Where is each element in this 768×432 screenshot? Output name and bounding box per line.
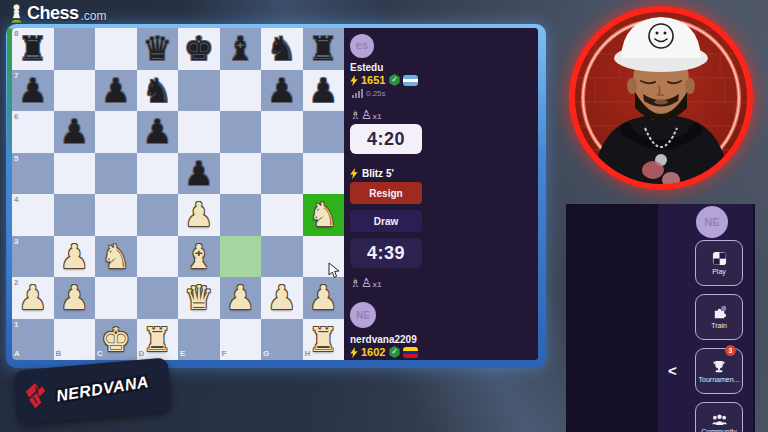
square-h8[interactable]: ♜ xyxy=(303,28,345,70)
square-g3[interactable] xyxy=(261,236,303,278)
square-f7[interactable] xyxy=(220,70,262,112)
file-label: B xyxy=(56,350,62,358)
black-pawn[interactable]: ♟ xyxy=(12,70,54,112)
square-f4[interactable] xyxy=(220,194,262,236)
sidebar-item-label: Train xyxy=(711,322,727,329)
square-d7[interactable]: ♞ xyxy=(137,70,179,112)
square-a3[interactable]: 3 xyxy=(12,236,54,278)
file-label: G xyxy=(263,350,269,358)
square-h6[interactable] xyxy=(303,111,345,153)
resign-button[interactable]: Resign xyxy=(350,182,422,204)
flag-icon xyxy=(403,347,418,358)
draw-button[interactable]: Draw xyxy=(350,210,422,232)
player-name-bottom[interactable]: nerdvana2209 xyxy=(350,334,417,345)
game-mode-label: Blitz 5' xyxy=(362,168,394,179)
verified-badge-icon: ✓ xyxy=(388,74,400,86)
black-rook[interactable]: ♜ xyxy=(12,28,54,70)
ping-value: 0.25s xyxy=(366,89,386,98)
chess-board[interactable]: 8♜♛♚♝♞♜7♟♟♞♟♟6♟♟5♟4♟♞3♟♞♝2♟♟♛♟♟♟1ABC♚D♜E… xyxy=(12,28,344,360)
square-g4[interactable] xyxy=(261,194,303,236)
chesscom-tld-text: .com xyxy=(81,9,107,24)
rating-value: 1651 xyxy=(361,74,385,86)
square-f5[interactable] xyxy=(220,153,262,195)
captured-pieces-bottom: ♗♙ x1 xyxy=(350,276,381,290)
clock-top: 4:20 xyxy=(350,124,422,154)
square-b5[interactable] xyxy=(54,153,96,195)
captured-glyphs: ♗♙ xyxy=(350,108,372,122)
collapse-chevron[interactable]: < xyxy=(668,362,677,379)
white-pawn[interactable]: ♟ xyxy=(12,277,54,319)
square-d3[interactable] xyxy=(137,236,179,278)
square-b7[interactable] xyxy=(54,70,96,112)
mouse-cursor xyxy=(328,262,341,279)
square-g2[interactable]: ♟ xyxy=(261,277,303,319)
square-c4[interactable] xyxy=(95,194,137,236)
white-pawn[interactable]: ♟ xyxy=(178,194,220,236)
rank-label: 1 xyxy=(14,321,18,329)
square-e3[interactable]: ♝ xyxy=(178,236,220,278)
verified-badge-icon: ✓ xyxy=(388,346,400,358)
square-c2[interactable] xyxy=(95,277,137,319)
lightning-icon xyxy=(350,347,358,358)
square-a8[interactable]: 8♜ xyxy=(12,28,54,70)
avatar[interactable]: NE xyxy=(350,302,376,328)
square-h1[interactable]: H♜ xyxy=(303,319,345,361)
square-a7[interactable]: 7♟ xyxy=(12,70,54,112)
square-e7[interactable] xyxy=(178,70,220,112)
white-queen[interactable]: ♛ xyxy=(178,277,220,319)
square-a6[interactable]: 6 xyxy=(12,111,54,153)
black-queen[interactable]: ♛ xyxy=(137,28,179,70)
captured-glyphs: ♗♙ xyxy=(350,276,372,290)
sidebar-item-label: Tournamen... xyxy=(699,376,740,383)
square-c6[interactable] xyxy=(95,111,137,153)
square-f6[interactable] xyxy=(220,111,262,153)
chesscom-brand-text: Chess xyxy=(27,3,79,24)
square-d1[interactable]: D♜ xyxy=(137,319,179,361)
white-bishop[interactable]: ♝ xyxy=(178,236,220,278)
square-b1[interactable]: B xyxy=(54,319,96,361)
captured-mult: x1 xyxy=(373,280,382,289)
square-e8[interactable]: ♚ xyxy=(178,28,220,70)
square-c1[interactable]: C♚ xyxy=(95,319,137,361)
square-b3[interactable]: ♟ xyxy=(54,236,96,278)
game-mode: Blitz 5' xyxy=(350,168,394,179)
streamer-brand-text: NERDVANA xyxy=(55,373,150,405)
avatar[interactable]: ES xyxy=(350,34,374,58)
clock-bottom: 4:39 xyxy=(350,238,422,268)
white-knight[interactable]: ♞ xyxy=(95,236,137,278)
nerdvana-mark-icon xyxy=(21,378,54,414)
streamer-portrait xyxy=(565,2,757,194)
square-c3[interactable]: ♞ xyxy=(95,236,137,278)
sidebar-item-train[interactable]: Train xyxy=(695,294,743,340)
square-h5[interactable] xyxy=(303,153,345,195)
rank-label: 6 xyxy=(14,113,18,121)
stream-app-panel: NE Play Train 3 Tournamen... Community < xyxy=(566,204,755,432)
square-c5[interactable] xyxy=(95,153,137,195)
square-b4[interactable] xyxy=(54,194,96,236)
rating-row-bottom: 1602 ✓ xyxy=(350,346,418,358)
square-e5[interactable]: ♟ xyxy=(178,153,220,195)
square-b2[interactable]: ♟ xyxy=(54,277,96,319)
game-window: 8♜♛♚♝♞♜7♟♟♞♟♟6♟♟5♟4♟♞3♟♞♝2♟♟♛♟♟♟1ABC♚D♜E… xyxy=(6,24,546,368)
black-knight[interactable]: ♞ xyxy=(137,70,179,112)
square-f3[interactable] xyxy=(220,236,262,278)
sidebar-item-label: Community xyxy=(701,428,736,432)
square-g5[interactable] xyxy=(261,153,303,195)
file-label: F xyxy=(222,350,227,358)
rank-label: 5 xyxy=(14,155,18,163)
square-f8[interactable]: ♝ xyxy=(220,28,262,70)
puzzle-icon xyxy=(712,305,727,320)
file-label: A xyxy=(14,350,20,358)
captured-mult: x1 xyxy=(373,112,382,121)
black-pawn[interactable]: ♟ xyxy=(178,153,220,195)
notification-badge: 3 xyxy=(725,345,736,356)
square-d4[interactable] xyxy=(137,194,179,236)
black-bishop[interactable]: ♝ xyxy=(220,28,262,70)
black-pawn[interactable]: ♟ xyxy=(137,111,179,153)
community-icon xyxy=(711,413,728,426)
square-c8[interactable] xyxy=(95,28,137,70)
black-king[interactable]: ♚ xyxy=(178,28,220,70)
black-pawn[interactable]: ♟ xyxy=(303,70,345,112)
square-h7[interactable]: ♟ xyxy=(303,70,345,112)
square-a5[interactable]: 5 xyxy=(12,153,54,195)
captured-pieces-top: ♗♙ x1 xyxy=(350,108,381,122)
white-rook[interactable]: ♜ xyxy=(303,319,345,361)
square-d5[interactable] xyxy=(137,153,179,195)
chesscom-logo: Chess .com xyxy=(8,3,107,24)
white-rook[interactable]: ♜ xyxy=(137,319,179,361)
square-f2[interactable]: ♟ xyxy=(220,277,262,319)
white-knight[interactable]: ♞ xyxy=(303,194,345,236)
square-e2[interactable]: ♛ xyxy=(178,277,220,319)
square-b8[interactable] xyxy=(54,28,96,70)
square-e1[interactable]: E xyxy=(178,319,220,361)
square-g1[interactable]: G xyxy=(261,319,303,361)
file-label: E xyxy=(180,350,185,358)
trophy-icon xyxy=(711,359,727,374)
square-e4[interactable]: ♟ xyxy=(178,194,220,236)
square-a1[interactable]: 1A xyxy=(12,319,54,361)
white-pawn[interactable]: ♟ xyxy=(220,277,262,319)
square-a4[interactable]: 4 xyxy=(12,194,54,236)
white-king[interactable]: ♚ xyxy=(95,319,137,361)
player-name-top[interactable]: Estedu xyxy=(350,62,383,73)
square-f1[interactable]: F xyxy=(220,319,262,361)
sidebar-item-label: Play xyxy=(712,268,726,275)
square-g6[interactable] xyxy=(261,111,303,153)
rating-value: 1602 xyxy=(361,346,385,358)
lightning-icon xyxy=(350,75,358,86)
square-g7[interactable]: ♟ xyxy=(261,70,303,112)
webcam-feed xyxy=(565,2,757,194)
avatar[interactable]: NE xyxy=(696,206,728,238)
square-b6[interactable]: ♟ xyxy=(54,111,96,153)
square-h2[interactable]: ♟ xyxy=(303,277,345,319)
square-d6[interactable]: ♟ xyxy=(137,111,179,153)
square-c7[interactable]: ♟ xyxy=(95,70,137,112)
black-pawn[interactable]: ♟ xyxy=(261,70,303,112)
white-pawn[interactable]: ♟ xyxy=(261,277,303,319)
square-h4[interactable]: ♞ xyxy=(303,194,345,236)
game-side-panel: ES Estedu 1651 ✓ 0.25s ♗♙ x1 4:20 Blitz … xyxy=(344,28,538,360)
square-d8[interactable]: ♛ xyxy=(137,28,179,70)
signal-bars-icon xyxy=(352,89,363,98)
black-knight[interactable]: ♞ xyxy=(261,28,303,70)
board-icon xyxy=(712,251,727,266)
square-e6[interactable] xyxy=(178,111,220,153)
black-pawn[interactable]: ♟ xyxy=(54,111,96,153)
rating-row-top: 1651 ✓ xyxy=(350,74,418,86)
white-pawn[interactable]: ♟ xyxy=(303,277,345,319)
sidebar-item-community[interactable]: Community xyxy=(695,402,743,432)
chesscom-pawn-icon xyxy=(8,3,25,24)
black-rook[interactable]: ♜ xyxy=(303,28,345,70)
black-pawn[interactable]: ♟ xyxy=(95,70,137,112)
rank-label: 3 xyxy=(14,238,18,246)
white-pawn[interactable]: ♟ xyxy=(54,277,96,319)
square-a2[interactable]: 2♟ xyxy=(12,277,54,319)
white-pawn[interactable]: ♟ xyxy=(54,236,96,278)
ping-row-top: 0.25s xyxy=(352,89,386,98)
flag-icon xyxy=(403,75,418,86)
rank-label: 4 xyxy=(14,196,18,204)
square-g8[interactable]: ♞ xyxy=(261,28,303,70)
sidebar-item-tournaments[interactable]: 3 Tournamen... xyxy=(695,348,743,394)
lightning-icon xyxy=(350,168,358,179)
square-d2[interactable] xyxy=(137,277,179,319)
sidebar-item-play[interactable]: Play xyxy=(695,240,743,286)
